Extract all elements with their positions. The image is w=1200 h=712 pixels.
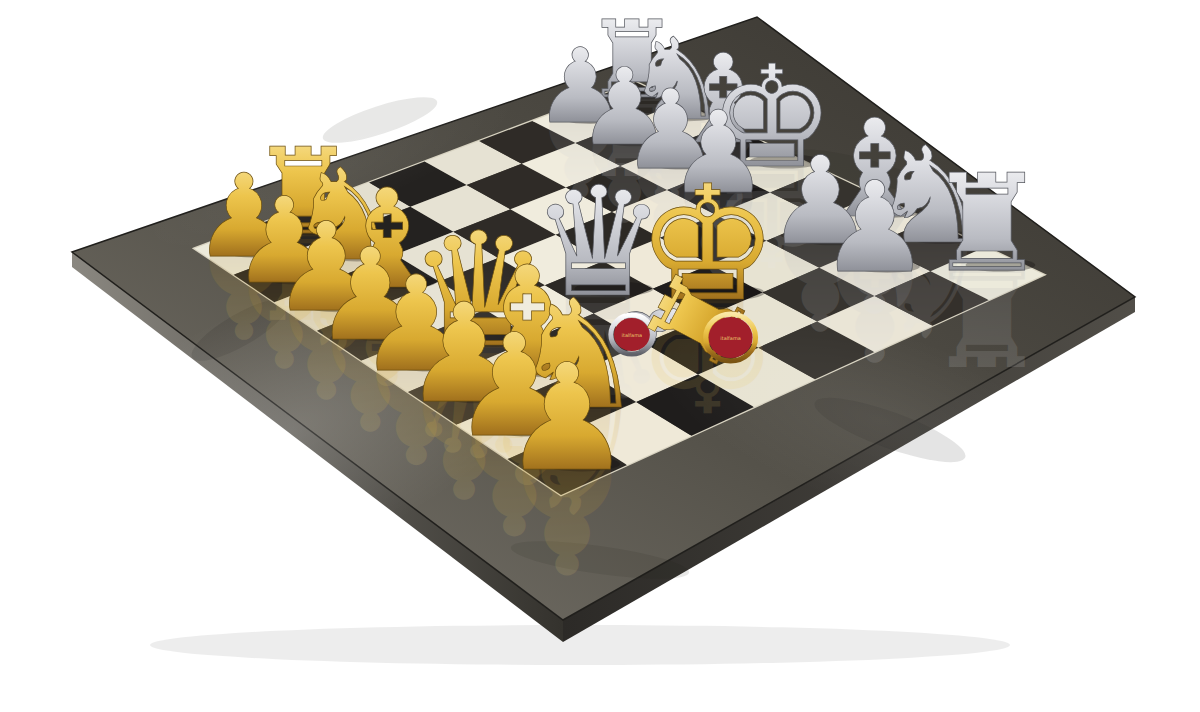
board-scene: ♜♜♞♞♟♟♝♝♟♟♚♚♟♟♟♟♝♝♜♜♞♞♟♟♟♟♞♞♜♜♟♟♟♟♝♝♛♛♚♚… (0, 0, 1200, 712)
piece-glyph: ♜ (927, 145, 1047, 302)
piece-silver-rook-a8: ♜♜ (927, 145, 1047, 394)
piece-glyph: ♟ (501, 332, 633, 504)
chess-product-photo: ♜♜♞♞♟♟♝♝♟♟♚♚♟♟♟♟♝♝♜♜♞♞♟♟♟♟♞♞♜♜♟♟♟♟♝♝♛♛♚♚… (0, 0, 1200, 712)
piece-gold-pawn-a1: ♟♟ (501, 332, 633, 605)
piece-glyph: ♟ (818, 154, 931, 301)
fallen-base-brand-label: italfama (720, 335, 741, 341)
piece-silver-pawn-b7: ♟♟ (818, 154, 931, 388)
